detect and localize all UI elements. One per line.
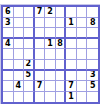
cell-r4c7[interactable] [66, 39, 77, 50]
cell-r8c7: 7 [66, 81, 77, 92]
given-digit: 3 [5, 19, 11, 27]
cell-r8c3[interactable] [24, 81, 35, 92]
cell-r3c2[interactable] [14, 28, 25, 39]
cell-r3c9[interactable] [87, 28, 98, 39]
cell-r5c7[interactable] [66, 49, 77, 60]
sudoku-frame: 67231841825347751 [0, 4, 100, 104]
given-digit: 1 [47, 40, 53, 48]
cell-r9c4[interactable] [35, 92, 46, 103]
cell-r4c2[interactable] [14, 39, 25, 50]
cell-r8c5[interactable] [45, 81, 56, 92]
cell-r6c7[interactable] [66, 60, 77, 71]
cell-r9c6[interactable] [56, 92, 67, 103]
cell-r6c3: 2 [24, 60, 35, 71]
cell-r1c9[interactable] [87, 7, 98, 18]
cell-r2c6[interactable] [56, 18, 67, 29]
cell-r1c8[interactable] [77, 7, 88, 18]
cell-r8c6[interactable] [56, 81, 67, 92]
cell-r2c4[interactable] [35, 18, 46, 29]
cell-r7c6[interactable] [56, 71, 67, 82]
given-digit: 5 [26, 71, 32, 79]
cell-r4c6: 8 [56, 39, 67, 50]
cell-r6c6[interactable] [56, 60, 67, 71]
cell-r7c3: 5 [24, 71, 35, 82]
cell-r7c4[interactable] [35, 71, 46, 82]
cell-r9c2[interactable] [14, 92, 25, 103]
cell-r5c5[interactable] [45, 49, 56, 60]
cell-r5c3[interactable] [24, 49, 35, 60]
given-digit: 3 [90, 71, 96, 79]
cell-r3c6[interactable] [56, 28, 67, 39]
cell-r9c3[interactable] [24, 92, 35, 103]
cell-r3c5[interactable] [45, 28, 56, 39]
cell-r9c5[interactable] [45, 92, 56, 103]
cell-r7c9: 3 [87, 71, 98, 82]
cell-r9c9[interactable] [87, 92, 98, 103]
cell-r5c9[interactable] [87, 49, 98, 60]
cell-r5c6[interactable] [56, 49, 67, 60]
given-digit: 6 [5, 8, 11, 16]
cell-r5c8[interactable] [77, 49, 88, 60]
cell-r1c1: 6 [3, 7, 14, 18]
cell-r6c2[interactable] [14, 60, 25, 71]
sudoku-board: 67231841825347751 [1, 5, 100, 104]
given-digit: 2 [26, 60, 32, 68]
cell-r2c7: 1 [66, 18, 77, 29]
given-digit: 1 [68, 93, 74, 101]
cell-r8c2: 4 [14, 81, 25, 92]
cell-r3c8[interactable] [77, 28, 88, 39]
cell-r9c1[interactable] [3, 92, 14, 103]
cell-r9c7: 1 [66, 92, 77, 103]
cell-r4c1: 4 [3, 39, 14, 50]
cell-r6c4[interactable] [35, 60, 46, 71]
cell-r1c2[interactable] [14, 7, 25, 18]
cell-r4c4[interactable] [35, 39, 46, 50]
cell-r6c8[interactable] [77, 60, 88, 71]
cell-r1c3[interactable] [24, 7, 35, 18]
given-digit: 7 [37, 8, 43, 16]
given-digit: 4 [5, 40, 11, 48]
cell-r3c1[interactable] [3, 28, 14, 39]
cell-r8c8[interactable] [77, 81, 88, 92]
cell-r2c5[interactable] [45, 18, 56, 29]
cell-r4c8[interactable] [77, 39, 88, 50]
cell-r9c8[interactable] [77, 92, 88, 103]
cell-r6c5[interactable] [45, 60, 56, 71]
cell-r1c5: 2 [45, 7, 56, 18]
given-digit: 4 [16, 82, 22, 90]
given-digit: 7 [68, 82, 74, 90]
cell-r6c1[interactable] [3, 60, 14, 71]
cell-r2c8[interactable] [77, 18, 88, 29]
cell-r5c2[interactable] [14, 49, 25, 60]
cell-r2c3[interactable] [24, 18, 35, 29]
cell-r3c7[interactable] [66, 28, 77, 39]
given-digit: 8 [57, 40, 63, 48]
cell-r5c1[interactable] [3, 49, 14, 60]
cell-r3c4[interactable] [35, 28, 46, 39]
given-digit: 1 [68, 19, 74, 27]
cell-r4c9[interactable] [87, 39, 98, 50]
given-digit: 2 [47, 8, 53, 16]
cell-r1c7[interactable] [66, 7, 77, 18]
given-digit: 8 [90, 19, 96, 27]
cell-r2c9: 8 [87, 18, 98, 29]
cell-r8c1[interactable] [3, 81, 14, 92]
cell-r7c8[interactable] [77, 71, 88, 82]
given-digit: 5 [90, 82, 96, 90]
cell-r7c1[interactable] [3, 71, 14, 82]
cell-r1c6[interactable] [56, 7, 67, 18]
cell-r4c5: 1 [45, 39, 56, 50]
cell-r8c4: 7 [35, 81, 46, 92]
cell-r2c2[interactable] [14, 18, 25, 29]
cell-r7c5[interactable] [45, 71, 56, 82]
cell-r6c9[interactable] [87, 60, 98, 71]
cell-r8c9: 5 [87, 81, 98, 92]
cell-r4c3[interactable] [24, 39, 35, 50]
cell-r1c4: 7 [35, 7, 46, 18]
cell-r7c2[interactable] [14, 71, 25, 82]
given-digit: 7 [37, 82, 43, 90]
cell-r2c1: 3 [3, 18, 14, 29]
cell-r7c7[interactable] [66, 71, 77, 82]
cell-r5c4[interactable] [35, 49, 46, 60]
cell-r3c3[interactable] [24, 28, 35, 39]
